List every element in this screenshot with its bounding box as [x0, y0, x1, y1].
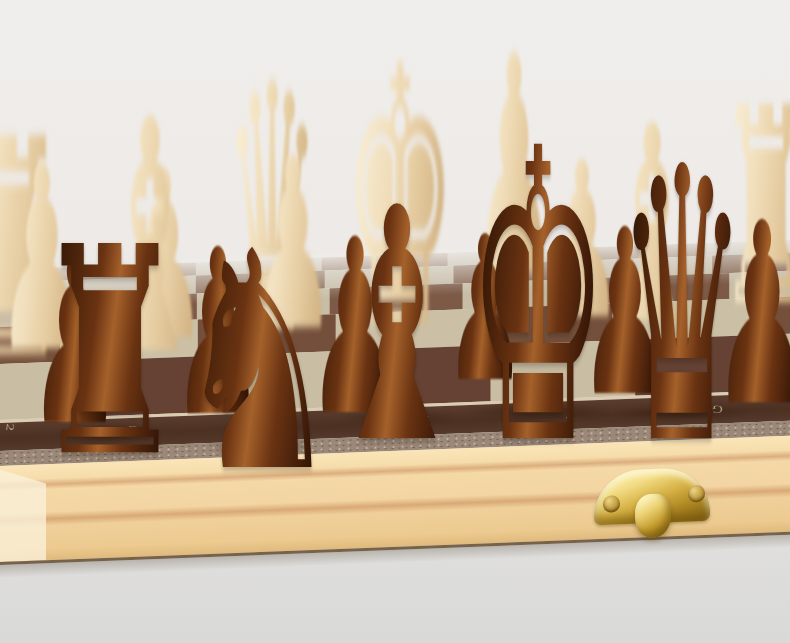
dark-queen-piece[interactable]: ♛	[618, 119, 747, 497]
dark-king-piece[interactable]: ♚	[468, 98, 609, 501]
chess-set-product-photo: 2CDEFG ♜♟♟♝♛♟♚♟♟♝♜♟♟♟♟♟♟♜♞♝♚♛	[0, 0, 790, 643]
dark-knight-piece[interactable]: ♞	[174, 212, 342, 513]
dark-rook-piece[interactable]: ♜	[33, 210, 187, 497]
chess-pieces-layer: ♜♟♟♝♛♟♚♟♟♝♜♟♟♟♟♟♟♜♞♝♚♛	[0, 0, 790, 643]
dark-bishop-piece[interactable]: ♝	[324, 167, 471, 488]
